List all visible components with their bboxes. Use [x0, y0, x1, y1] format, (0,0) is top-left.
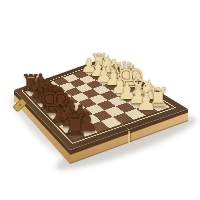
piece-white-pawn[interactable]: ♟ [136, 91, 157, 115]
piece-black-rook[interactable]: ♜ [62, 111, 88, 140]
chess-set-photo: ♜♞♝♛♚♝♞♜♟♟♟♟♟♟♟♟♟♟♟♟♟♟♟♟♜♞♝♛♚♝♞♜ [0, 0, 200, 200]
